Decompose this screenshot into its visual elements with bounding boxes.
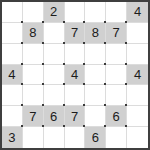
clue-number: 7 <box>29 109 36 124</box>
empty-cell[interactable] <box>44 85 65 106</box>
empty-cell[interactable] <box>23 2 44 23</box>
empty-cell[interactable] <box>127 23 148 44</box>
empty-cell[interactable] <box>65 44 86 65</box>
empty-cell[interactable] <box>44 44 65 65</box>
clue-cell: 8 <box>85 23 106 44</box>
clue-cell: 7 <box>65 23 86 44</box>
clue-number: 4 <box>134 67 141 82</box>
empty-cell[interactable] <box>85 106 106 127</box>
clue-cell: 4 <box>127 65 148 86</box>
clue-cell: 6 <box>44 106 65 127</box>
clue-cell: 7 <box>106 23 127 44</box>
empty-cell[interactable] <box>85 44 106 65</box>
empty-cell[interactable] <box>44 127 65 148</box>
clue-number: 7 <box>113 25 120 40</box>
empty-cell[interactable] <box>106 44 127 65</box>
empty-cell[interactable] <box>127 44 148 65</box>
clue-number: 4 <box>8 67 15 82</box>
clue-cell: 4 <box>2 65 23 86</box>
empty-cell[interactable] <box>106 127 127 148</box>
clue-number: 6 <box>50 109 57 124</box>
minesweeper-board: 248787444767636 <box>0 0 150 150</box>
empty-cell[interactable] <box>2 106 23 127</box>
empty-cell[interactable] <box>85 65 106 86</box>
clue-cell: 6 <box>106 106 127 127</box>
empty-cell[interactable] <box>106 65 127 86</box>
empty-cell[interactable] <box>65 127 86 148</box>
empty-cell[interactable] <box>23 44 44 65</box>
clue-cell: 8 <box>23 23 44 44</box>
empty-cell[interactable] <box>2 2 23 23</box>
clue-number: 8 <box>29 25 36 40</box>
clue-cell: 4 <box>127 2 148 23</box>
empty-cell[interactable] <box>2 85 23 106</box>
clue-number: 8 <box>92 25 99 40</box>
clue-number: 3 <box>8 130 15 145</box>
clue-number: 6 <box>113 109 120 124</box>
clue-cell: 6 <box>85 127 106 148</box>
empty-cell[interactable] <box>127 127 148 148</box>
empty-cell[interactable] <box>23 127 44 148</box>
empty-cell[interactable] <box>44 23 65 44</box>
empty-cell[interactable] <box>127 85 148 106</box>
clue-number: 7 <box>71 109 78 124</box>
clue-number: 4 <box>134 4 141 19</box>
empty-cell[interactable] <box>65 85 86 106</box>
clue-number: 2 <box>50 4 57 19</box>
clue-cell: 2 <box>44 2 65 23</box>
empty-cell[interactable] <box>85 2 106 23</box>
empty-cell[interactable] <box>127 106 148 127</box>
empty-cell[interactable] <box>65 2 86 23</box>
clue-cell: 7 <box>23 106 44 127</box>
clue-cell: 7 <box>65 106 86 127</box>
empty-cell[interactable] <box>2 23 23 44</box>
clue-cell: 3 <box>2 127 23 148</box>
empty-cell[interactable] <box>85 85 106 106</box>
empty-cell[interactable] <box>2 44 23 65</box>
clue-number: 4 <box>71 67 78 82</box>
clue-number: 7 <box>71 25 78 40</box>
clue-cell: 4 <box>65 65 86 86</box>
empty-cell[interactable] <box>23 85 44 106</box>
clue-number: 6 <box>92 130 99 145</box>
empty-cell[interactable] <box>44 65 65 86</box>
empty-cell[interactable] <box>106 2 127 23</box>
empty-cell[interactable] <box>23 65 44 86</box>
empty-cell[interactable] <box>106 85 127 106</box>
